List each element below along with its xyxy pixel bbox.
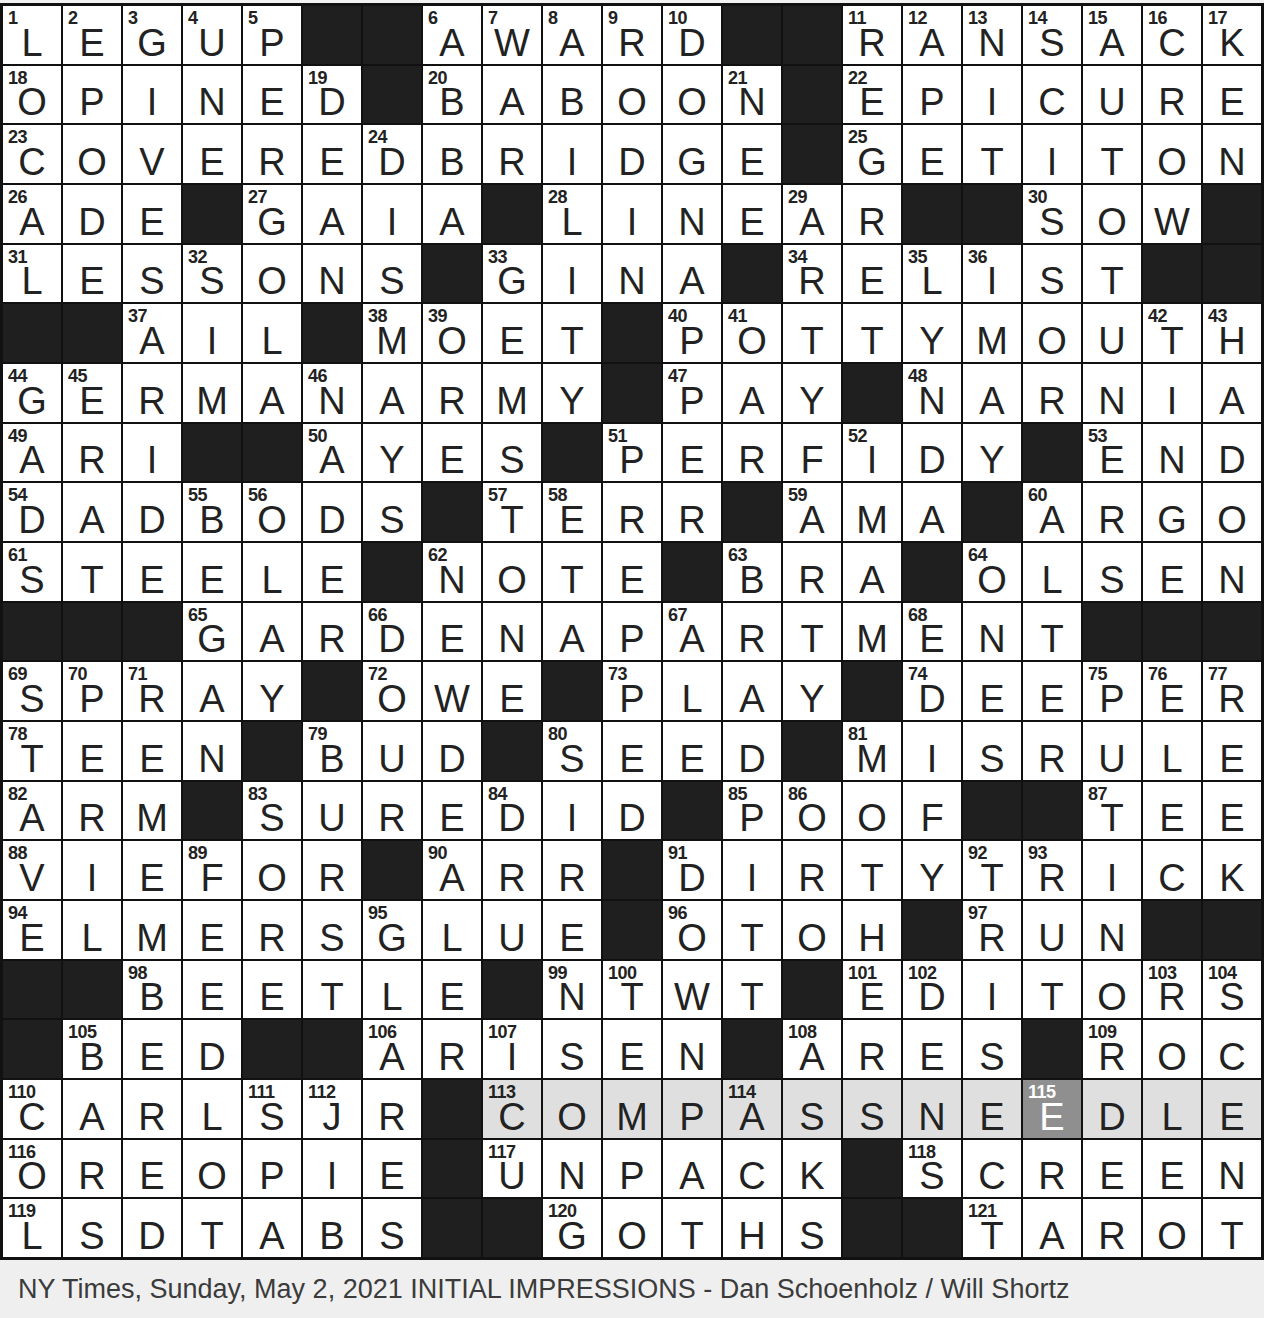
cell-r7c19[interactable]: N <box>1083 364 1141 422</box>
cell-r11c6[interactable]: R <box>303 603 361 661</box>
cell-r16c1[interactable]: 94E <box>3 901 61 959</box>
cell-r1c20[interactable]: 16C <box>1143 6 1201 64</box>
cell-r9c12[interactable]: R <box>663 483 721 541</box>
cell-r4c20[interactable]: W <box>1143 185 1201 243</box>
cell-r20c6[interactable]: I <box>303 1140 361 1198</box>
cell-r13c17[interactable]: S <box>963 722 1021 780</box>
cell-r11c8[interactable]: E <box>423 603 481 661</box>
cell-r17c8[interactable]: E <box>423 961 481 1019</box>
cell-r7c20[interactable]: I <box>1143 364 1201 422</box>
cell-r7c13[interactable]: A <box>723 364 781 422</box>
cell-r20c3[interactable]: E <box>123 1140 181 1198</box>
cell-r2c11[interactable]: O <box>603 66 661 124</box>
cell-r8c6[interactable]: 50A <box>303 424 361 482</box>
cell-r19c13[interactable]: 114A <box>723 1080 781 1138</box>
cell-r1c10[interactable]: 8A <box>543 6 601 64</box>
cell-r2c17[interactable]: I <box>963 66 1021 124</box>
cell-r9c16[interactable]: A <box>903 483 961 541</box>
cell-r7c18[interactable]: R <box>1023 364 1081 422</box>
cell-r15c12[interactable]: 91D <box>663 841 721 899</box>
cell-r9c5[interactable]: 56O <box>243 483 301 541</box>
cell-r17c11[interactable]: 100T <box>603 961 661 1019</box>
cell-r3c7[interactable]: 24D <box>363 125 421 183</box>
cell-r18c8[interactable]: R <box>423 1020 481 1078</box>
cell-r14c21[interactable]: E <box>1203 782 1261 840</box>
cell-r9c18[interactable]: 60A <box>1023 483 1081 541</box>
cell-r8c9[interactable]: S <box>483 424 541 482</box>
cell-r18c9[interactable]: 107I <box>483 1020 541 1078</box>
cell-r19c10[interactable]: O <box>543 1080 601 1138</box>
cell-r7c21[interactable]: A <box>1203 364 1261 422</box>
cell-r14c10[interactable]: I <box>543 782 601 840</box>
cell-r14c14[interactable]: 86O <box>783 782 841 840</box>
cell-r20c13[interactable]: C <box>723 1140 781 1198</box>
cell-r8c1[interactable]: 49A <box>3 424 61 482</box>
cell-r18c2[interactable]: 105B <box>63 1020 121 1078</box>
cell-r12c17[interactable]: E <box>963 662 1021 720</box>
cell-r13c2[interactable]: E <box>63 722 121 780</box>
cell-r6c13[interactable]: 41O <box>723 304 781 362</box>
cell-r1c8[interactable]: 6A <box>423 6 481 64</box>
cell-r13c7[interactable]: U <box>363 722 421 780</box>
cell-r6c5[interactable]: L <box>243 304 301 362</box>
cell-r11c7[interactable]: 66D <box>363 603 421 661</box>
cell-r15c15[interactable]: T <box>843 841 901 899</box>
cell-r12c5[interactable]: Y <box>243 662 301 720</box>
cell-r21c2[interactable]: S <box>63 1199 121 1257</box>
cell-r2c5[interactable]: E <box>243 66 301 124</box>
cell-r19c3[interactable]: R <box>123 1080 181 1138</box>
cell-r15c2[interactable]: I <box>63 841 121 899</box>
cell-r12c16[interactable]: 74D <box>903 662 961 720</box>
cell-r12c9[interactable]: E <box>483 662 541 720</box>
cell-r14c13[interactable]: 85P <box>723 782 781 840</box>
cell-r1c4[interactable]: 4U <box>183 6 241 64</box>
cell-r15c5[interactable]: O <box>243 841 301 899</box>
cell-r12c3[interactable]: 71R <box>123 662 181 720</box>
cell-r7c3[interactable]: R <box>123 364 181 422</box>
cell-r21c17[interactable]: 121T <box>963 1199 1021 1257</box>
cell-r1c9[interactable]: 7W <box>483 6 541 64</box>
cell-r20c1[interactable]: 116O <box>3 1140 61 1198</box>
cell-r7c16[interactable]: 48N <box>903 364 961 422</box>
cell-r4c13[interactable]: E <box>723 185 781 243</box>
cell-r12c2[interactable]: 70P <box>63 662 121 720</box>
cell-r6c14[interactable]: T <box>783 304 841 362</box>
cell-r14c20[interactable]: E <box>1143 782 1201 840</box>
cell-r7c5[interactable]: A <box>243 364 301 422</box>
cell-r21c18[interactable]: A <box>1023 1199 1081 1257</box>
cell-r15c3[interactable]: E <box>123 841 181 899</box>
cell-r18c15[interactable]: R <box>843 1020 901 1078</box>
cell-r13c4[interactable]: N <box>183 722 241 780</box>
cell-r15c10[interactable]: R <box>543 841 601 899</box>
cell-r7c1[interactable]: 44G <box>3 364 61 422</box>
cell-r8c17[interactable]: Y <box>963 424 1021 482</box>
cell-r13c1[interactable]: 78T <box>3 722 61 780</box>
cell-r9c15[interactable]: M <box>843 483 901 541</box>
cell-r21c20[interactable]: O <box>1143 1199 1201 1257</box>
cell-r16c15[interactable]: H <box>843 901 901 959</box>
cell-r3c2[interactable]: O <box>63 125 121 183</box>
cell-r16c13[interactable]: T <box>723 901 781 959</box>
cell-r3c12[interactable]: G <box>663 125 721 183</box>
cell-r13c21[interactable]: E <box>1203 722 1261 780</box>
cell-r16c7[interactable]: 95G <box>363 901 421 959</box>
cell-r2c16[interactable]: P <box>903 66 961 124</box>
cell-r5c17[interactable]: 36I <box>963 245 1021 303</box>
cell-r10c14[interactable]: R <box>783 543 841 601</box>
cell-r9c19[interactable]: R <box>1083 483 1141 541</box>
cell-r10c6[interactable]: E <box>303 543 361 601</box>
cell-r13c20[interactable]: L <box>1143 722 1201 780</box>
cell-r9c4[interactable]: 55B <box>183 483 241 541</box>
cell-r9c6[interactable]: D <box>303 483 361 541</box>
cell-r11c17[interactable]: N <box>963 603 1021 661</box>
cell-r20c10[interactable]: N <box>543 1140 601 1198</box>
cell-r15c18[interactable]: 93R <box>1023 841 1081 899</box>
cell-r16c8[interactable]: L <box>423 901 481 959</box>
cell-r10c19[interactable]: S <box>1083 543 1141 601</box>
cell-r6c3[interactable]: 37A <box>123 304 181 362</box>
cell-r11c16[interactable]: 68E <box>903 603 961 661</box>
cell-r6c18[interactable]: O <box>1023 304 1081 362</box>
cell-r2c18[interactable]: C <box>1023 66 1081 124</box>
cell-r10c17[interactable]: 64O <box>963 543 1021 601</box>
cell-r11c10[interactable]: A <box>543 603 601 661</box>
cell-r8c12[interactable]: E <box>663 424 721 482</box>
cell-r7c2[interactable]: 45E <box>63 364 121 422</box>
cell-r6c10[interactable]: T <box>543 304 601 362</box>
cell-r13c11[interactable]: E <box>603 722 661 780</box>
cell-r7c17[interactable]: A <box>963 364 1021 422</box>
cell-r14c16[interactable]: F <box>903 782 961 840</box>
cell-r1c5[interactable]: 5P <box>243 6 301 64</box>
cell-r1c12[interactable]: 10D <box>663 6 721 64</box>
cell-r19c11[interactable]: M <box>603 1080 661 1138</box>
cell-r5c10[interactable]: I <box>543 245 601 303</box>
cell-r16c12[interactable]: 96O <box>663 901 721 959</box>
cell-r21c21[interactable]: T <box>1203 1199 1261 1257</box>
cell-r4c3[interactable]: E <box>123 185 181 243</box>
cell-r18c11[interactable]: E <box>603 1020 661 1078</box>
cell-r1c21[interactable]: 17K <box>1203 6 1261 64</box>
cell-r3c19[interactable]: T <box>1083 125 1141 183</box>
cell-r8c20[interactable]: N <box>1143 424 1201 482</box>
cell-r9c10[interactable]: 58E <box>543 483 601 541</box>
cell-r2c1[interactable]: 18O <box>3 66 61 124</box>
cell-r1c2[interactable]: 2E <box>63 6 121 64</box>
cell-r4c19[interactable]: O <box>1083 185 1141 243</box>
cell-r17c3[interactable]: 98B <box>123 961 181 1019</box>
cell-r20c9[interactable]: 117U <box>483 1140 541 1198</box>
cell-r9c7[interactable]: S <box>363 483 421 541</box>
cell-r4c7[interactable]: I <box>363 185 421 243</box>
cell-r17c21[interactable]: 104S <box>1203 961 1261 1019</box>
cell-r3c8[interactable]: B <box>423 125 481 183</box>
cell-r19c12[interactable]: P <box>663 1080 721 1138</box>
cell-r21c14[interactable]: S <box>783 1199 841 1257</box>
cell-r12c8[interactable]: W <box>423 662 481 720</box>
cell-r21c12[interactable]: T <box>663 1199 721 1257</box>
cell-r21c3[interactable]: D <box>123 1199 181 1257</box>
cell-r11c5[interactable]: A <box>243 603 301 661</box>
cell-r11c14[interactable]: T <box>783 603 841 661</box>
cell-r15c9[interactable]: R <box>483 841 541 899</box>
cell-r11c4[interactable]: 65G <box>183 603 241 661</box>
cell-r18c21[interactable]: C <box>1203 1020 1261 1078</box>
cell-r5c11[interactable]: N <box>603 245 661 303</box>
cell-r10c5[interactable]: L <box>243 543 301 601</box>
cell-r1c3[interactable]: 3G <box>123 6 181 64</box>
cell-r16c17[interactable]: 97R <box>963 901 1021 959</box>
cell-r21c1[interactable]: 119L <box>3 1199 61 1257</box>
cell-r15c13[interactable]: I <box>723 841 781 899</box>
cell-r5c7[interactable]: S <box>363 245 421 303</box>
cell-r7c12[interactable]: 47P <box>663 364 721 422</box>
cell-r19c20[interactable]: L <box>1143 1080 1201 1138</box>
cell-r18c7[interactable]: 106A <box>363 1020 421 1078</box>
cell-r9c9[interactable]: 57T <box>483 483 541 541</box>
cell-r5c14[interactable]: 34R <box>783 245 841 303</box>
cell-r2c9[interactable]: A <box>483 66 541 124</box>
cell-r5c6[interactable]: N <box>303 245 361 303</box>
cell-r17c19[interactable]: O <box>1083 961 1141 1019</box>
cell-r9c11[interactable]: R <box>603 483 661 541</box>
cell-r8c11[interactable]: 51P <box>603 424 661 482</box>
cell-r21c10[interactable]: 120G <box>543 1199 601 1257</box>
cell-r14c15[interactable]: O <box>843 782 901 840</box>
cell-r16c14[interactable]: O <box>783 901 841 959</box>
cell-r18c20[interactable]: O <box>1143 1020 1201 1078</box>
cell-r5c4[interactable]: 32S <box>183 245 241 303</box>
cell-r1c17[interactable]: 13N <box>963 6 1021 64</box>
cell-r10c18[interactable]: L <box>1023 543 1081 601</box>
cell-r13c15[interactable]: 81M <box>843 722 901 780</box>
cell-r11c13[interactable]: R <box>723 603 781 661</box>
cell-r2c8[interactable]: 20B <box>423 66 481 124</box>
cell-r12c20[interactable]: 76E <box>1143 662 1201 720</box>
cell-r12c13[interactable]: A <box>723 662 781 720</box>
cell-r4c15[interactable]: R <box>843 185 901 243</box>
cell-r20c12[interactable]: A <box>663 1140 721 1198</box>
cell-r15c20[interactable]: C <box>1143 841 1201 899</box>
cell-r15c6[interactable]: R <box>303 841 361 899</box>
cell-r10c4[interactable]: E <box>183 543 241 601</box>
cell-r8c21[interactable]: D <box>1203 424 1261 482</box>
cell-r15c14[interactable]: R <box>783 841 841 899</box>
cell-r2c4[interactable]: N <box>183 66 241 124</box>
cell-r13c12[interactable]: E <box>663 722 721 780</box>
cell-r14c8[interactable]: E <box>423 782 481 840</box>
cell-r10c13[interactable]: 63B <box>723 543 781 601</box>
cell-r10c21[interactable]: N <box>1203 543 1261 601</box>
cell-r10c8[interactable]: 62N <box>423 543 481 601</box>
cell-r19c6[interactable]: 112J <box>303 1080 361 1138</box>
cell-r1c18[interactable]: 14S <box>1023 6 1081 64</box>
cell-r17c4[interactable]: E <box>183 961 241 1019</box>
cell-r3c11[interactable]: D <box>603 125 661 183</box>
cell-r18c19[interactable]: 109R <box>1083 1020 1141 1078</box>
cell-r10c1[interactable]: 61S <box>3 543 61 601</box>
cell-r21c11[interactable]: O <box>603 1199 661 1257</box>
cell-r19c14[interactable]: S <box>783 1080 841 1138</box>
cell-r3c21[interactable]: N <box>1203 125 1261 183</box>
cell-r17c20[interactable]: 103R <box>1143 961 1201 1019</box>
cell-r6c12[interactable]: 40P <box>663 304 721 362</box>
cell-r21c13[interactable]: H <box>723 1199 781 1257</box>
cell-r19c9[interactable]: 113C <box>483 1080 541 1138</box>
cell-r2c13[interactable]: 21N <box>723 66 781 124</box>
cell-r18c17[interactable]: S <box>963 1020 1021 1078</box>
cell-r16c10[interactable]: E <box>543 901 601 959</box>
cell-r20c20[interactable]: E <box>1143 1140 1201 1198</box>
cell-r1c15[interactable]: 11R <box>843 6 901 64</box>
cell-r3c5[interactable]: R <box>243 125 301 183</box>
cell-r16c3[interactable]: M <box>123 901 181 959</box>
cell-r9c1[interactable]: 54D <box>3 483 61 541</box>
cell-r16c19[interactable]: N <box>1083 901 1141 959</box>
cell-r19c2[interactable]: A <box>63 1080 121 1138</box>
cell-r12c14[interactable]: Y <box>783 662 841 720</box>
cell-r14c1[interactable]: 82A <box>3 782 61 840</box>
cell-r9c14[interactable]: 59A <box>783 483 841 541</box>
cell-r5c19[interactable]: T <box>1083 245 1141 303</box>
cell-r15c17[interactable]: 92T <box>963 841 1021 899</box>
cell-r3c1[interactable]: 23C <box>3 125 61 183</box>
cell-r6c8[interactable]: 39O <box>423 304 481 362</box>
cell-r7c9[interactable]: M <box>483 364 541 422</box>
cell-r8c7[interactable]: Y <box>363 424 421 482</box>
cell-r10c20[interactable]: E <box>1143 543 1201 601</box>
cell-r9c3[interactable]: D <box>123 483 181 541</box>
cell-r18c12[interactable]: N <box>663 1020 721 1078</box>
cell-r1c1[interactable]: 1L <box>3 6 61 64</box>
cell-r15c8[interactable]: 90A <box>423 841 481 899</box>
cell-r2c2[interactable]: P <box>63 66 121 124</box>
cell-r5c12[interactable]: A <box>663 245 721 303</box>
cell-r10c10[interactable]: T <box>543 543 601 601</box>
cell-r2c19[interactable]: U <box>1083 66 1141 124</box>
cell-r13c13[interactable]: D <box>723 722 781 780</box>
cell-r21c5[interactable]: A <box>243 1199 301 1257</box>
cell-r13c19[interactable]: U <box>1083 722 1141 780</box>
cell-r1c11[interactable]: 9R <box>603 6 661 64</box>
cell-r20c19[interactable]: E <box>1083 1140 1141 1198</box>
cell-r6c21[interactable]: 43H <box>1203 304 1261 362</box>
cell-r3c17[interactable]: T <box>963 125 1021 183</box>
cell-r17c5[interactable]: E <box>243 961 301 1019</box>
cell-r3c3[interactable]: V <box>123 125 181 183</box>
cell-r21c7[interactable]: S <box>363 1199 421 1257</box>
cell-r17c18[interactable]: T <box>1023 961 1081 1019</box>
cell-r14c2[interactable]: R <box>63 782 121 840</box>
cell-r17c16[interactable]: 102D <box>903 961 961 1019</box>
cell-r18c14[interactable]: 108A <box>783 1020 841 1078</box>
cell-r21c4[interactable]: T <box>183 1199 241 1257</box>
cell-r3c15[interactable]: 25G <box>843 125 901 183</box>
cell-r8c19[interactable]: 53E <box>1083 424 1141 482</box>
cell-r7c6[interactable]: 46N <box>303 364 361 422</box>
cell-r4c12[interactable]: N <box>663 185 721 243</box>
cell-r1c16[interactable]: 12A <box>903 6 961 64</box>
cell-r3c13[interactable]: E <box>723 125 781 183</box>
cell-r13c6[interactable]: 79B <box>303 722 361 780</box>
cell-r13c18[interactable]: R <box>1023 722 1081 780</box>
cell-r11c9[interactable]: N <box>483 603 541 661</box>
cell-r5c18[interactable]: S <box>1023 245 1081 303</box>
cell-r19c4[interactable]: L <box>183 1080 241 1138</box>
cell-r5c16[interactable]: 35L <box>903 245 961 303</box>
cell-r7c4[interactable]: M <box>183 364 241 422</box>
cell-r20c17[interactable]: C <box>963 1140 1021 1198</box>
cell-r5c3[interactable]: S <box>123 245 181 303</box>
cell-r11c11[interactable]: P <box>603 603 661 661</box>
cell-r5c5[interactable]: O <box>243 245 301 303</box>
cell-r18c3[interactable]: E <box>123 1020 181 1078</box>
cell-r1c19[interactable]: 15A <box>1083 6 1141 64</box>
cell-r18c10[interactable]: S <box>543 1020 601 1078</box>
cell-r4c2[interactable]: D <box>63 185 121 243</box>
cell-r19c17[interactable]: E <box>963 1080 1021 1138</box>
cell-r17c10[interactable]: 99N <box>543 961 601 1019</box>
cell-r8c14[interactable]: F <box>783 424 841 482</box>
cell-r4c18[interactable]: 30S <box>1023 185 1081 243</box>
cell-r14c9[interactable]: 84D <box>483 782 541 840</box>
cell-r21c6[interactable]: B <box>303 1199 361 1257</box>
cell-r17c17[interactable]: I <box>963 961 1021 1019</box>
cell-r3c6[interactable]: E <box>303 125 361 183</box>
cell-r6c17[interactable]: M <box>963 304 1021 362</box>
cell-r12c7[interactable]: 72O <box>363 662 421 720</box>
cell-r20c16[interactable]: 118S <box>903 1140 961 1198</box>
cell-r20c4[interactable]: O <box>183 1140 241 1198</box>
cell-r13c10[interactable]: 80S <box>543 722 601 780</box>
cell-r19c1[interactable]: 110C <box>3 1080 61 1138</box>
cell-r11c12[interactable]: 67A <box>663 603 721 661</box>
cell-r5c9[interactable]: 33G <box>483 245 541 303</box>
cell-r12c11[interactable]: 73P <box>603 662 661 720</box>
cell-r9c2[interactable]: A <box>63 483 121 541</box>
cell-r14c7[interactable]: R <box>363 782 421 840</box>
cell-r12c21[interactable]: 77R <box>1203 662 1261 720</box>
cell-r4c1[interactable]: 26A <box>3 185 61 243</box>
cell-r3c10[interactable]: I <box>543 125 601 183</box>
cell-r2c15[interactable]: 22E <box>843 66 901 124</box>
cell-r7c8[interactable]: R <box>423 364 481 422</box>
cell-r2c6[interactable]: 19D <box>303 66 361 124</box>
cell-r15c16[interactable]: Y <box>903 841 961 899</box>
cell-r5c2[interactable]: E <box>63 245 121 303</box>
cell-r15c21[interactable]: K <box>1203 841 1261 899</box>
cell-r12c19[interactable]: 75P <box>1083 662 1141 720</box>
cell-r13c8[interactable]: D <box>423 722 481 780</box>
cell-r18c4[interactable]: D <box>183 1020 241 1078</box>
cell-r10c3[interactable]: E <box>123 543 181 601</box>
cell-r8c8[interactable]: E <box>423 424 481 482</box>
cell-r15c1[interactable]: 88V <box>3 841 61 899</box>
cell-r10c2[interactable]: T <box>63 543 121 601</box>
cell-r11c18[interactable]: T <box>1023 603 1081 661</box>
cell-r20c11[interactable]: P <box>603 1140 661 1198</box>
cell-r4c14[interactable]: 29A <box>783 185 841 243</box>
cell-r16c2[interactable]: L <box>63 901 121 959</box>
cell-r2c3[interactable]: I <box>123 66 181 124</box>
cell-r20c7[interactable]: E <box>363 1140 421 1198</box>
cell-r8c15[interactable]: 52I <box>843 424 901 482</box>
cell-r8c2[interactable]: R <box>63 424 121 482</box>
cell-r10c15[interactable]: A <box>843 543 901 601</box>
